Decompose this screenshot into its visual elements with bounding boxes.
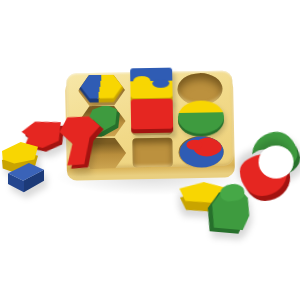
- loose-piece-red-wave-mid[interactable]: [58, 115, 101, 167]
- photo-scene: [0, 0, 300, 300]
- loose-piece-green-arch-bottom[interactable]: [210, 183, 252, 230]
- piece-detail: [58, 115, 101, 167]
- loose-piece-blue-block[interactable]: [8, 163, 44, 197]
- loose-pieces-layer: [0, 0, 300, 300]
- piece-detail: [8, 163, 44, 197]
- piece-detail: [210, 183, 252, 230]
